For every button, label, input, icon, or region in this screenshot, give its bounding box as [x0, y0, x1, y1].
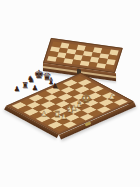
pieces-layer: ♚♛♞♝♜♟♟♟♟♚♝♟♞♟♜♟ — [0, 0, 140, 187]
black-pawn: ♟ — [52, 83, 58, 90]
black-rook: ♜ — [21, 81, 28, 89]
white-pawn: ♟ — [61, 113, 67, 120]
white-pawn: ♟ — [41, 110, 47, 117]
black-pawn: ♟ — [32, 85, 38, 92]
white-knight: ♞ — [66, 105, 74, 114]
white-pawn: ♟ — [109, 94, 115, 101]
product-photo-folding-chess-set: ♚♛♞♝♜♟♟♟♟♚♝♟♞♟♜♟ — [0, 0, 140, 187]
black-pawn: ♟ — [14, 85, 20, 92]
white-rook: ♜ — [53, 110, 60, 118]
